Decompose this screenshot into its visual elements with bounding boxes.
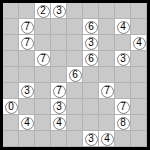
cell-r5-c4[interactable]: [67, 83, 83, 99]
cell-r2-c7[interactable]: [115, 35, 131, 51]
cell-r6-c1[interactable]: [19, 99, 35, 115]
cell-r6-c6[interactable]: [99, 99, 115, 115]
clue-circle: 6: [85, 21, 98, 34]
cell-r8-c3[interactable]: [51, 131, 67, 147]
puzzle-board: 23764734763637703744834: [0, 0, 150, 150]
cell-r0-c2[interactable]: 2: [35, 3, 51, 19]
cell-r4-c2[interactable]: [35, 67, 51, 83]
cell-r0-c3[interactable]: 3: [51, 3, 67, 19]
clue-circle: 7: [117, 101, 130, 114]
cell-r7-c8[interactable]: [131, 115, 147, 131]
cell-r7-c5[interactable]: [83, 115, 99, 131]
clue-circle: 6: [85, 53, 98, 66]
cell-r0-c6[interactable]: [99, 3, 115, 19]
clue-circle: 0: [5, 101, 18, 114]
cell-r2-c8[interactable]: 4: [131, 35, 147, 51]
clue-circle: 3: [85, 133, 98, 146]
cell-r4-c3[interactable]: [51, 67, 67, 83]
cell-r0-c4[interactable]: [67, 3, 83, 19]
clue-circle: 4: [21, 117, 34, 130]
clue-circle: 3: [53, 101, 66, 114]
cell-r5-c3[interactable]: 7: [51, 83, 67, 99]
cell-r8-c7[interactable]: [115, 131, 131, 147]
cell-r8-c1[interactable]: [19, 131, 35, 147]
cell-r2-c6[interactable]: [99, 35, 115, 51]
cell-r3-c7[interactable]: 3: [115, 51, 131, 67]
cell-r4-c8[interactable]: [131, 67, 147, 83]
cell-r6-c8[interactable]: [131, 99, 147, 115]
cell-r1-c1[interactable]: 7: [19, 19, 35, 35]
cell-r5-c6[interactable]: 7: [99, 83, 115, 99]
cell-r5-c0[interactable]: [3, 83, 19, 99]
clue-circle: 3: [85, 37, 98, 50]
cell-r3-c4[interactable]: [67, 51, 83, 67]
clue-circle: 7: [37, 53, 50, 66]
cell-r7-c2[interactable]: [35, 115, 51, 131]
cell-r4-c5[interactable]: [83, 67, 99, 83]
clue-circle: 4: [53, 117, 66, 130]
cell-r5-c1[interactable]: 3: [19, 83, 35, 99]
cell-r6-c7[interactable]: 7: [115, 99, 131, 115]
cell-r7-c1[interactable]: 4: [19, 115, 35, 131]
cell-r2-c2[interactable]: [35, 35, 51, 51]
clue-circle: 2: [37, 5, 50, 18]
cell-r1-c0[interactable]: [3, 19, 19, 35]
cell-r3-c3[interactable]: [51, 51, 67, 67]
cell-r1-c7[interactable]: 4: [115, 19, 131, 35]
cell-r0-c8[interactable]: [131, 3, 147, 19]
cell-r1-c6[interactable]: [99, 19, 115, 35]
cell-r8-c6[interactable]: 4: [99, 131, 115, 147]
cell-r3-c5[interactable]: 6: [83, 51, 99, 67]
cell-r3-c0[interactable]: [3, 51, 19, 67]
cell-r8-c8[interactable]: [131, 131, 147, 147]
clue-circle: 4: [133, 37, 146, 50]
cell-r2-c4[interactable]: [67, 35, 83, 51]
cell-r6-c0[interactable]: 0: [3, 99, 19, 115]
cell-r8-c4[interactable]: [67, 131, 83, 147]
cell-r1-c4[interactable]: [67, 19, 83, 35]
cell-r3-c6[interactable]: [99, 51, 115, 67]
cell-r2-c5[interactable]: 3: [83, 35, 99, 51]
cell-r0-c0[interactable]: [3, 3, 19, 19]
cell-r4-c1[interactable]: [19, 67, 35, 83]
clue-circle: 3: [117, 53, 130, 66]
cell-r4-c4[interactable]: 6: [67, 67, 83, 83]
cell-r0-c1[interactable]: [19, 3, 35, 19]
cell-r1-c2[interactable]: [35, 19, 51, 35]
cell-r6-c2[interactable]: [35, 99, 51, 115]
cell-r7-c6[interactable]: [99, 115, 115, 131]
cell-r5-c5[interactable]: [83, 83, 99, 99]
cell-r1-c8[interactable]: [131, 19, 147, 35]
cell-r6-c5[interactable]: [83, 99, 99, 115]
cell-r8-c0[interactable]: [3, 131, 19, 147]
cell-r1-c5[interactable]: 6: [83, 19, 99, 35]
cell-r0-c5[interactable]: [83, 3, 99, 19]
cell-r6-c3[interactable]: 3: [51, 99, 67, 115]
cell-r5-c2[interactable]: [35, 83, 51, 99]
cell-r0-c7[interactable]: [115, 3, 131, 19]
clue-circle: 3: [53, 5, 66, 18]
cell-r2-c1[interactable]: 7: [19, 35, 35, 51]
cell-r3-c8[interactable]: [131, 51, 147, 67]
clue-circle: 4: [117, 21, 130, 34]
cell-r8-c5[interactable]: 3: [83, 131, 99, 147]
cell-r8-c2[interactable]: [35, 131, 51, 147]
cell-r7-c7[interactable]: 8: [115, 115, 131, 131]
cell-r7-c3[interactable]: 4: [51, 115, 67, 131]
clue-circle: 7: [21, 21, 34, 34]
cell-r5-c8[interactable]: [131, 83, 147, 99]
clue-circle: 8: [117, 117, 130, 130]
clue-circle: 3: [21, 85, 34, 98]
cell-r5-c7[interactable]: [115, 83, 131, 99]
clue-circle: 7: [21, 37, 34, 50]
cell-r4-c6[interactable]: [99, 67, 115, 83]
cell-r3-c2[interactable]: 7: [35, 51, 51, 67]
cell-r3-c1[interactable]: [19, 51, 35, 67]
clue-circle: 6: [69, 69, 82, 82]
clue-circle: 7: [53, 85, 66, 98]
clue-circle: 7: [101, 85, 114, 98]
cell-r2-c0[interactable]: [3, 35, 19, 51]
cell-r6-c4[interactable]: [67, 99, 83, 115]
cell-r7-c4[interactable]: [67, 115, 83, 131]
cell-r1-c3[interactable]: [51, 19, 67, 35]
cell-r2-c3[interactable]: [51, 35, 67, 51]
clue-circle: 4: [101, 133, 114, 146]
cell-r7-c0[interactable]: [3, 115, 19, 131]
cell-r4-c0[interactable]: [3, 67, 19, 83]
cell-r4-c7[interactable]: [115, 67, 131, 83]
